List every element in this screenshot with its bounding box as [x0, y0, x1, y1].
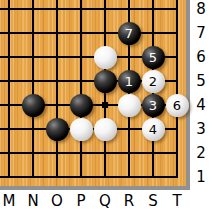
coord-label-col-P: P — [69, 190, 93, 212]
move-number: 5 — [149, 51, 157, 64]
coord-label-row-3: 3 — [190, 118, 212, 140]
coord-label-col-T: T — [165, 190, 189, 212]
coord-label-row-4: 4 — [190, 94, 212, 116]
star-point — [102, 102, 108, 108]
stone-S4[interactable]: 3 — [142, 94, 165, 117]
stone-P3[interactable] — [70, 118, 93, 141]
go-diagram: 7512364 MNOPQRST87654321 — [0, 0, 212, 212]
go-board[interactable]: 7512364 — [0, 0, 190, 190]
move-number: 6 — [173, 99, 181, 112]
coord-label-col-R: R — [117, 190, 141, 212]
stone-O3[interactable] — [46, 118, 69, 141]
coord-label-row-7: 7 — [190, 22, 212, 44]
coord-label-col-Q: Q — [93, 190, 117, 212]
stone-P4[interactable] — [70, 94, 93, 117]
move-number: 7 — [125, 27, 133, 40]
stone-Q5[interactable] — [94, 70, 117, 93]
grid-line-row-7 — [0, 32, 178, 34]
stone-S3[interactable]: 4 — [142, 118, 165, 141]
stone-S5[interactable]: 2 — [142, 70, 165, 93]
stone-T4[interactable]: 6 — [166, 94, 189, 117]
stone-S6[interactable]: 5 — [142, 46, 165, 69]
coord-label-row-2: 2 — [190, 142, 212, 164]
stone-R5[interactable]: 1 — [118, 70, 141, 93]
move-number: 1 — [125, 75, 133, 88]
coord-label-row-1: 1 — [190, 166, 212, 188]
move-number: 3 — [149, 99, 157, 112]
coord-label-col-N: N — [21, 190, 45, 212]
grid-line-row-2 — [0, 152, 178, 154]
stone-Q6[interactable] — [94, 46, 117, 69]
coord-label-col-O: O — [45, 190, 69, 212]
stone-R4[interactable] — [118, 94, 141, 117]
coord-label-row-6: 6 — [190, 46, 212, 68]
stone-R7[interactable]: 7 — [118, 22, 141, 45]
coord-label-col-S: S — [141, 190, 165, 212]
grid-line-row-1 — [0, 176, 178, 178]
coord-label-row-8: 8 — [190, 0, 212, 20]
stone-N4[interactable] — [22, 94, 45, 117]
stone-Q3[interactable] — [94, 118, 117, 141]
grid-line-row-8 — [0, 8, 178, 10]
move-number: 4 — [149, 123, 157, 136]
coord-label-col-M: M — [0, 190, 21, 212]
coord-label-row-5: 5 — [190, 70, 212, 92]
move-number: 2 — [149, 75, 157, 88]
